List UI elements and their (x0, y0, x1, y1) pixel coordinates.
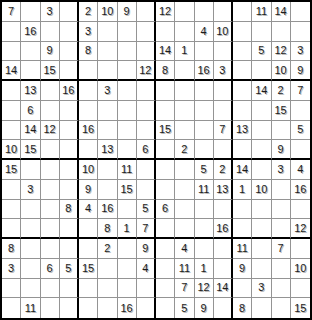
empty-cell-r3c7[interactable] (118, 42, 137, 62)
given-cell-r12c7: 1 (118, 219, 137, 239)
empty-cell-r2c7[interactable] (118, 22, 137, 42)
empty-cell-r15c9[interactable] (156, 279, 175, 299)
given-cell-r10c14: 10 (252, 180, 271, 200)
empty-cell-r2c10[interactable] (175, 22, 194, 42)
empty-cell-r3c4[interactable] (60, 42, 79, 62)
empty-cell-r8c13[interactable] (233, 140, 252, 160)
empty-cell-r12c9[interactable] (156, 219, 175, 239)
given-cell-r8c6: 13 (98, 140, 117, 160)
empty-cell-r9c4[interactable] (60, 160, 79, 180)
empty-cell-r6c1[interactable] (2, 101, 21, 121)
empty-cell-r8c3[interactable] (41, 140, 60, 160)
given-cell-r4c12: 3 (214, 61, 233, 81)
given-cell-r3c5: 8 (79, 42, 98, 62)
empty-cell-r8c5[interactable] (79, 140, 98, 160)
empty-cell-r6c11[interactable] (195, 101, 214, 121)
empty-cell-r7c14[interactable] (252, 121, 271, 141)
given-cell-r12c6: 8 (98, 219, 117, 239)
empty-cell-r3c13[interactable] (233, 42, 252, 62)
empty-cell-r5c13[interactable] (233, 81, 252, 101)
given-cell-r1c1: 7 (2, 2, 21, 22)
given-cell-r5c15: 2 (272, 81, 291, 101)
empty-cell-r6c3[interactable] (41, 101, 60, 121)
given-cell-r5c2: 13 (21, 81, 40, 101)
empty-cell-r7c11[interactable] (195, 121, 214, 141)
empty-cell-r11c7[interactable] (118, 200, 137, 220)
given-cell-r8c10: 2 (175, 140, 194, 160)
empty-cell-r12c15[interactable] (272, 219, 291, 239)
empty-cell-r9c2[interactable] (21, 160, 40, 180)
empty-cell-r16c3[interactable] (41, 298, 60, 318)
given-cell-r9c1: 15 (2, 160, 21, 180)
empty-cell-r4c10[interactable] (175, 61, 194, 81)
empty-cell-r12c10[interactable] (175, 219, 194, 239)
empty-cell-r16c1[interactable] (2, 298, 21, 318)
given-cell-r5c16: 7 (291, 81, 310, 101)
given-cell-r2c2: 16 (21, 22, 40, 42)
given-cell-r8c8: 6 (137, 140, 156, 160)
empty-cell-r15c8[interactable] (137, 279, 156, 299)
given-cell-r14c5: 15 (79, 259, 98, 279)
empty-cell-r11c12[interactable] (214, 200, 233, 220)
empty-cell-r5c3[interactable] (41, 81, 60, 101)
empty-cell-r11c11[interactable] (195, 200, 214, 220)
empty-cell-r2c9[interactable] (156, 22, 175, 42)
empty-cell-r2c8[interactable] (137, 22, 156, 42)
empty-cell-r15c15[interactable] (272, 279, 291, 299)
empty-cell-r13c14[interactable] (252, 239, 271, 259)
empty-cell-r6c5[interactable] (79, 101, 98, 121)
given-cell-r7c2: 14 (21, 121, 40, 141)
empty-cell-r15c6[interactable] (98, 279, 117, 299)
empty-cell-r1c11[interactable] (195, 2, 214, 22)
empty-cell-r11c15[interactable] (272, 200, 291, 220)
empty-cell-r13c2[interactable] (21, 239, 40, 259)
empty-cell-r16c8[interactable] (137, 298, 156, 318)
empty-cell-r7c1[interactable] (2, 121, 21, 141)
empty-cell-r12c3[interactable] (41, 219, 60, 239)
empty-cell-r14c12[interactable] (214, 259, 233, 279)
empty-cell-r8c7[interactable] (118, 140, 137, 160)
empty-cell-r5c11[interactable] (195, 81, 214, 101)
empty-cell-r10c4[interactable] (60, 180, 79, 200)
given-cell-r9c5: 10 (79, 160, 98, 180)
empty-cell-r11c13[interactable] (233, 200, 252, 220)
empty-cell-r2c15[interactable] (272, 22, 291, 42)
empty-cell-r16c6[interactable] (98, 298, 117, 318)
given-cell-r4c8: 12 (137, 61, 156, 81)
empty-cell-r10c8[interactable] (137, 180, 156, 200)
empty-cell-r14c15[interactable] (272, 259, 291, 279)
given-cell-r1c9: 12 (156, 2, 175, 22)
given-cell-r9c11: 5 (195, 160, 214, 180)
empty-cell-r15c16[interactable] (291, 279, 310, 299)
given-cell-r10c5: 9 (79, 180, 98, 200)
empty-cell-r6c14[interactable] (252, 101, 271, 121)
empty-cell-r9c10[interactable] (175, 160, 194, 180)
empty-cell-r16c9[interactable] (156, 298, 175, 318)
given-cell-r10c7: 15 (118, 180, 137, 200)
empty-cell-r13c5[interactable] (79, 239, 98, 259)
empty-cell-r6c7[interactable] (118, 101, 137, 121)
empty-cell-r11c16[interactable] (291, 200, 310, 220)
given-cell-r9c15: 3 (272, 160, 291, 180)
empty-cell-r8c12[interactable] (214, 140, 233, 160)
empty-cell-r16c15[interactable] (272, 298, 291, 318)
given-cell-r7c16: 5 (291, 121, 310, 141)
empty-cell-r14c9[interactable] (156, 259, 175, 279)
given-cell-r12c16: 12 (291, 219, 310, 239)
empty-cell-r10c1[interactable] (2, 180, 21, 200)
given-cell-r10c16: 16 (291, 180, 310, 200)
empty-cell-r12c11[interactable] (195, 219, 214, 239)
given-cell-r11c5: 4 (79, 200, 98, 220)
given-cell-r1c14: 11 (252, 2, 271, 22)
empty-cell-r4c13[interactable] (233, 61, 252, 81)
empty-cell-r5c8[interactable] (137, 81, 156, 101)
empty-cell-r2c6[interactable] (98, 22, 117, 42)
empty-cell-r14c7[interactable] (118, 259, 137, 279)
given-cell-r3c14: 5 (252, 42, 271, 62)
empty-cell-r16c14[interactable] (252, 298, 271, 318)
given-cell-r6c15: 15 (272, 101, 291, 121)
empty-cell-r9c8[interactable] (137, 160, 156, 180)
empty-cell-r2c1[interactable] (2, 22, 21, 42)
empty-cell-r1c2[interactable] (21, 2, 40, 22)
empty-cell-r10c3[interactable] (41, 180, 60, 200)
given-cell-r5c4: 16 (60, 81, 79, 101)
given-cell-r11c9: 6 (156, 200, 175, 220)
empty-cell-r11c3[interactable] (41, 200, 60, 220)
empty-cell-r1c12[interactable] (214, 2, 233, 22)
given-cell-r14c16: 10 (291, 259, 310, 279)
empty-cell-r11c10[interactable] (175, 200, 194, 220)
given-cell-r16c7: 16 (118, 298, 137, 318)
empty-cell-r6c16[interactable] (291, 101, 310, 121)
given-cell-r16c16: 15 (291, 298, 310, 318)
empty-cell-r3c8[interactable] (137, 42, 156, 62)
empty-cell-r4c4[interactable] (60, 61, 79, 81)
given-cell-r14c4: 5 (60, 259, 79, 279)
empty-cell-r1c4[interactable] (60, 2, 79, 22)
given-cell-r13c15: 7 (272, 239, 291, 259)
empty-cell-r13c9[interactable] (156, 239, 175, 259)
empty-cell-r8c9[interactable] (156, 140, 175, 160)
empty-cell-r5c5[interactable] (79, 81, 98, 101)
empty-cell-r4c7[interactable] (118, 61, 137, 81)
given-cell-r1c6: 10 (98, 2, 117, 22)
empty-cell-r15c3[interactable] (41, 279, 60, 299)
empty-cell-r7c6[interactable] (98, 121, 117, 141)
empty-cell-r14c14[interactable] (252, 259, 271, 279)
given-cell-r9c7: 11 (118, 160, 137, 180)
given-cell-r10c13: 1 (233, 180, 252, 200)
empty-cell-r5c7[interactable] (118, 81, 137, 101)
empty-cell-r1c10[interactable] (175, 2, 194, 22)
given-cell-r7c3: 12 (41, 121, 60, 141)
given-cell-r13c13: 11 (233, 239, 252, 259)
given-cell-r3c9: 14 (156, 42, 175, 62)
empty-cell-r15c1[interactable] (2, 279, 21, 299)
given-cell-r6c2: 6 (21, 101, 40, 121)
empty-cell-r9c3[interactable] (41, 160, 60, 180)
empty-cell-r8c4[interactable] (60, 140, 79, 160)
empty-cell-r10c15[interactable] (272, 180, 291, 200)
empty-cell-r2c3[interactable] (41, 22, 60, 42)
empty-cell-r3c1[interactable] (2, 42, 21, 62)
given-cell-r12c12: 16 (214, 219, 233, 239)
empty-cell-r4c14[interactable] (252, 61, 271, 81)
given-cell-r2c11: 4 (195, 22, 214, 42)
given-cell-r15c10: 7 (175, 279, 194, 299)
empty-cell-r6c13[interactable] (233, 101, 252, 121)
empty-cell-r4c5[interactable] (79, 61, 98, 81)
given-cell-r12c8: 7 (137, 219, 156, 239)
empty-cell-r3c6[interactable] (98, 42, 117, 62)
given-cell-r1c3: 3 (41, 2, 60, 22)
given-cell-r3c10: 1 (175, 42, 194, 62)
empty-cell-r6c4[interactable] (60, 101, 79, 121)
empty-cell-r3c2[interactable] (21, 42, 40, 62)
empty-cell-r15c4[interactable] (60, 279, 79, 299)
given-cell-r16c10: 5 (175, 298, 194, 318)
given-cell-r13c1: 8 (2, 239, 21, 259)
empty-cell-r9c14[interactable] (252, 160, 271, 180)
empty-cell-r16c4[interactable] (60, 298, 79, 318)
given-cell-r1c7: 9 (118, 2, 137, 22)
empty-cell-r8c14[interactable] (252, 140, 271, 160)
given-cell-r7c5: 16 (79, 121, 98, 141)
given-cell-r14c1: 3 (2, 259, 21, 279)
given-cell-r4c11: 16 (195, 61, 214, 81)
empty-cell-r10c9[interactable] (156, 180, 175, 200)
empty-cell-r5c1[interactable] (2, 81, 21, 101)
given-cell-r9c16: 4 (291, 160, 310, 180)
empty-cell-r1c8[interactable] (137, 2, 156, 22)
given-cell-r10c12: 13 (214, 180, 233, 200)
empty-cell-r8c16[interactable] (291, 140, 310, 160)
given-cell-r14c3: 6 (41, 259, 60, 279)
given-cell-r13c10: 4 (175, 239, 194, 259)
empty-cell-r15c2[interactable] (21, 279, 40, 299)
given-cell-r15c11: 12 (195, 279, 214, 299)
given-cell-r16c2: 11 (21, 298, 40, 318)
empty-cell-r7c10[interactable] (175, 121, 194, 141)
given-cell-r10c2: 3 (21, 180, 40, 200)
given-cell-r10c11: 11 (195, 180, 214, 200)
empty-cell-r15c13[interactable] (233, 279, 252, 299)
given-cell-r9c12: 2 (214, 160, 233, 180)
given-cell-r14c11: 1 (195, 259, 214, 279)
given-cell-r7c12: 7 (214, 121, 233, 141)
given-cell-r14c8: 4 (137, 259, 156, 279)
empty-cell-r13c4[interactable] (60, 239, 79, 259)
empty-cell-r16c12[interactable] (214, 298, 233, 318)
empty-cell-r15c5[interactable] (79, 279, 98, 299)
empty-cell-r12c5[interactable] (79, 219, 98, 239)
empty-cell-r1c13[interactable] (233, 2, 252, 22)
empty-cell-r12c13[interactable] (233, 219, 252, 239)
empty-cell-r6c6[interactable] (98, 101, 117, 121)
empty-cell-r7c7[interactable] (118, 121, 137, 141)
empty-cell-r7c4[interactable] (60, 121, 79, 141)
given-cell-r11c6: 16 (98, 200, 117, 220)
given-cell-r4c9: 8 (156, 61, 175, 81)
given-cell-r14c10: 11 (175, 259, 194, 279)
given-cell-r16c13: 8 (233, 298, 252, 318)
empty-cell-r11c14[interactable] (252, 200, 271, 220)
given-cell-r1c15: 14 (272, 2, 291, 22)
empty-cell-r12c14[interactable] (252, 219, 271, 239)
sudoku-16x16-board: 7321091211141634109814151231415128163109… (0, 0, 312, 320)
given-cell-r11c8: 5 (137, 200, 156, 220)
given-cell-r3c16: 3 (291, 42, 310, 62)
empty-cell-r6c10[interactable] (175, 101, 194, 121)
given-cell-r15c14: 3 (252, 279, 271, 299)
empty-cell-r14c6[interactable] (98, 259, 117, 279)
empty-cell-r9c6[interactable] (98, 160, 117, 180)
given-cell-r13c6: 2 (98, 239, 117, 259)
empty-cell-r5c12[interactable] (214, 81, 233, 101)
empty-cell-r12c1[interactable] (2, 219, 21, 239)
empty-cell-r6c12[interactable] (214, 101, 233, 121)
empty-cell-r8c11[interactable] (195, 140, 214, 160)
empty-cell-r10c10[interactable] (175, 180, 194, 200)
given-cell-r5c14: 14 (252, 81, 271, 101)
empty-cell-r13c3[interactable] (41, 239, 60, 259)
empty-cell-r11c2[interactable] (21, 200, 40, 220)
given-cell-r16c11: 9 (195, 298, 214, 318)
given-cell-r4c3: 15 (41, 61, 60, 81)
empty-cell-r4c2[interactable] (21, 61, 40, 81)
given-cell-r3c3: 9 (41, 42, 60, 62)
given-cell-r11c4: 8 (60, 200, 79, 220)
empty-cell-r5c10[interactable] (175, 81, 194, 101)
empty-cell-r1c16[interactable] (291, 2, 310, 22)
empty-cell-r13c11[interactable] (195, 239, 214, 259)
empty-cell-r2c13[interactable] (233, 22, 252, 42)
given-cell-r2c12: 10 (214, 22, 233, 42)
given-cell-r1c5: 2 (79, 2, 98, 22)
given-cell-r4c1: 14 (2, 61, 21, 81)
empty-cell-r6c9[interactable] (156, 101, 175, 121)
empty-cell-r7c8[interactable] (137, 121, 156, 141)
empty-cell-r15c7[interactable] (118, 279, 137, 299)
empty-cell-r10c6[interactable] (98, 180, 117, 200)
empty-cell-r6c8[interactable] (137, 101, 156, 121)
given-cell-r3c15: 12 (272, 42, 291, 62)
empty-cell-r7c15[interactable] (272, 121, 291, 141)
given-cell-r5c6: 3 (98, 81, 117, 101)
empty-cell-r2c14[interactable] (252, 22, 271, 42)
given-cell-r7c13: 13 (233, 121, 252, 141)
empty-cell-r12c2[interactable] (21, 219, 40, 239)
empty-cell-r9c9[interactable] (156, 160, 175, 180)
empty-cell-r11c1[interactable] (2, 200, 21, 220)
empty-cell-r13c7[interactable] (118, 239, 137, 259)
given-cell-r4c15: 10 (272, 61, 291, 81)
given-cell-r8c2: 15 (21, 140, 40, 160)
empty-cell-r16c5[interactable] (79, 298, 98, 318)
empty-cell-r14c2[interactable] (21, 259, 40, 279)
empty-cell-r2c16[interactable] (291, 22, 310, 42)
given-cell-r8c15: 9 (272, 140, 291, 160)
given-cell-r9c13: 14 (233, 160, 252, 180)
given-cell-r14c13: 9 (233, 259, 252, 279)
empty-cell-r3c12[interactable] (214, 42, 233, 62)
empty-cell-r12c4[interactable] (60, 219, 79, 239)
empty-cell-r5c9[interactable] (156, 81, 175, 101)
given-cell-r7c9: 15 (156, 121, 175, 141)
given-cell-r4c16: 9 (291, 61, 310, 81)
given-cell-r2c5: 3 (79, 22, 98, 42)
empty-cell-r4c6[interactable] (98, 61, 117, 81)
given-cell-r13c8: 9 (137, 239, 156, 259)
empty-cell-r13c16[interactable] (291, 239, 310, 259)
empty-cell-r13c12[interactable] (214, 239, 233, 259)
given-cell-r8c1: 10 (2, 140, 21, 160)
given-cell-r15c12: 14 (214, 279, 233, 299)
empty-cell-r3c11[interactable] (195, 42, 214, 62)
empty-cell-r2c4[interactable] (60, 22, 79, 42)
